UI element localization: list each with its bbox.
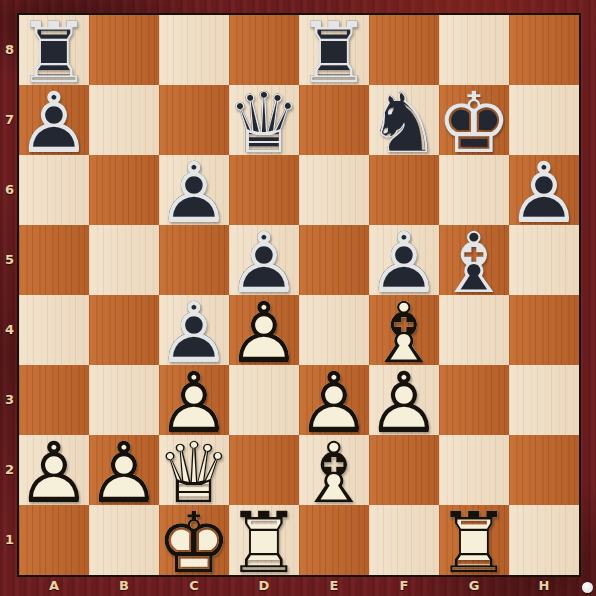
file-label-d: D	[229, 575, 299, 596]
black-rook-outline-icon: ♖	[19, 18, 89, 88]
white-bishop-f4[interactable]: ♝♗	[369, 295, 439, 365]
white-rook-icon: ♜	[439, 508, 509, 578]
white-king-outline-icon: ♔	[159, 508, 229, 578]
square-e3[interactable]: ♟♙	[299, 365, 369, 435]
square-f3[interactable]: ♟♙	[369, 365, 439, 435]
rank-label-7: 7	[0, 85, 19, 155]
file-label-h: H	[509, 575, 579, 596]
square-h8[interactable]	[509, 15, 579, 85]
square-a4[interactable]	[19, 295, 89, 365]
square-d3[interactable]	[229, 365, 299, 435]
black-pawn-c4[interactable]: ♟♙	[159, 295, 229, 365]
black-king-g7[interactable]: ♚♔	[439, 85, 509, 155]
black-pawn-icon: ♟	[509, 158, 579, 228]
square-e4[interactable]	[299, 295, 369, 365]
white-pawn-icon: ♟	[369, 368, 439, 438]
rank-label-4: 4	[0, 295, 19, 365]
white-pawn-c3[interactable]: ♟♙	[159, 365, 229, 435]
square-d1[interactable]: ♜♖	[229, 505, 299, 575]
white-pawn-icon: ♟	[89, 438, 159, 508]
file-label-c: C	[159, 575, 229, 596]
black-pawn-h6[interactable]: ♟♙	[509, 155, 579, 225]
black-queen-outline-icon: ♕	[229, 88, 299, 158]
white-bishop-outline-icon: ♗	[299, 438, 369, 508]
square-c8[interactable]	[159, 15, 229, 85]
white-pawn-b2[interactable]: ♟♙	[89, 435, 159, 505]
black-rook-icon: ♜	[19, 18, 89, 88]
white-rook-outline-icon: ♖	[439, 508, 509, 578]
black-king-outline-icon: ♔	[439, 88, 509, 158]
black-pawn-d5[interactable]: ♟♙	[229, 225, 299, 295]
black-pawn-outline-icon: ♙	[19, 88, 89, 158]
black-pawn-icon: ♟	[19, 88, 89, 158]
black-pawn-outline-icon: ♙	[369, 228, 439, 298]
rank-label-3: 3	[0, 365, 19, 435]
board-frame: ♜♖♜♖♟♙♛♕♞♘♚♔♟♙♟♙♟♙♟♙♝♗♟♙♟♙♝♗♟♙♟♙♟♙♟♙♟♙♛♕…	[0, 0, 596, 596]
black-pawn-icon: ♟	[159, 298, 229, 368]
square-h3[interactable]	[509, 365, 579, 435]
square-b8[interactable]	[89, 15, 159, 85]
square-a7[interactable]: ♟♙	[19, 85, 89, 155]
file-label-a: A	[19, 575, 89, 596]
black-pawn-outline-icon: ♙	[229, 228, 299, 298]
square-b7[interactable]	[89, 85, 159, 155]
white-bishop-outline-icon: ♗	[369, 298, 439, 368]
square-c1[interactable]: ♚♔	[159, 505, 229, 575]
square-d5[interactable]: ♟♙	[229, 225, 299, 295]
square-d6[interactable]	[229, 155, 299, 225]
white-pawn-f3[interactable]: ♟♙	[369, 365, 439, 435]
rank-label-8: 8	[0, 15, 19, 85]
black-knight-outline-icon: ♘	[369, 88, 439, 158]
black-knight-icon: ♞	[369, 88, 439, 158]
black-bishop-outline-icon: ♗	[439, 228, 509, 298]
square-a2[interactable]: ♟♙	[19, 435, 89, 505]
white-pawn-outline-icon: ♙	[369, 368, 439, 438]
white-pawn-icon: ♟	[299, 368, 369, 438]
black-pawn-icon: ♟	[159, 158, 229, 228]
square-b2[interactable]: ♟♙	[89, 435, 159, 505]
square-f5[interactable]: ♟♙	[369, 225, 439, 295]
square-f4[interactable]: ♝♗	[369, 295, 439, 365]
square-d7[interactable]: ♛♕	[229, 85, 299, 155]
file-label-b: B	[89, 575, 159, 596]
square-g8[interactable]	[439, 15, 509, 85]
square-e1[interactable]	[299, 505, 369, 575]
square-c3[interactable]: ♟♙	[159, 365, 229, 435]
square-c4[interactable]: ♟♙	[159, 295, 229, 365]
black-pawn-icon: ♟	[229, 228, 299, 298]
square-a3[interactable]	[19, 365, 89, 435]
square-f6[interactable]	[369, 155, 439, 225]
square-h2[interactable]	[509, 435, 579, 505]
white-king-c1[interactable]: ♚♔	[159, 505, 229, 575]
square-d2[interactable]	[229, 435, 299, 505]
square-a5[interactable]	[19, 225, 89, 295]
square-g6[interactable]	[439, 155, 509, 225]
square-b5[interactable]	[89, 225, 159, 295]
black-rook-e8[interactable]: ♜♖	[299, 15, 369, 85]
white-rook-icon: ♜	[229, 508, 299, 578]
white-rook-outline-icon: ♖	[229, 508, 299, 578]
square-c5[interactable]	[159, 225, 229, 295]
square-g1[interactable]: ♜♖	[439, 505, 509, 575]
white-pawn-icon: ♟	[19, 438, 89, 508]
square-h7[interactable]	[509, 85, 579, 155]
square-e7[interactable]	[299, 85, 369, 155]
white-pawn-outline-icon: ♙	[229, 298, 299, 368]
white-pawn-d4[interactable]: ♟♙	[229, 295, 299, 365]
white-bishop-icon: ♝	[299, 438, 369, 508]
white-queen-c2[interactable]: ♛♕	[159, 435, 229, 505]
rank-label-5: 5	[0, 225, 19, 295]
square-f1[interactable]	[369, 505, 439, 575]
white-bishop-icon: ♝	[369, 298, 439, 368]
black-rook-icon: ♜	[299, 18, 369, 88]
square-c7[interactable]	[159, 85, 229, 155]
rank-label-1: 1	[0, 505, 19, 575]
square-g5[interactable]: ♝♗	[439, 225, 509, 295]
square-b4[interactable]	[89, 295, 159, 365]
black-bishop-icon: ♝	[439, 228, 509, 298]
square-c2[interactable]: ♛♕	[159, 435, 229, 505]
white-pawn-e3[interactable]: ♟♙	[299, 365, 369, 435]
square-e8[interactable]: ♜♖	[299, 15, 369, 85]
white-pawn-icon: ♟	[229, 298, 299, 368]
file-label-e: E	[299, 575, 369, 596]
square-b1[interactable]	[89, 505, 159, 575]
white-queen-icon: ♛	[159, 438, 229, 508]
white-rook-d1[interactable]: ♜♖	[229, 505, 299, 575]
white-pawn-outline-icon: ♙	[159, 368, 229, 438]
black-pawn-a7[interactable]: ♟♙	[19, 85, 89, 155]
white-queen-outline-icon: ♕	[159, 438, 229, 508]
black-king-icon: ♚	[439, 88, 509, 158]
square-f7[interactable]: ♞♘	[369, 85, 439, 155]
square-g2[interactable]	[439, 435, 509, 505]
black-rook-outline-icon: ♖	[299, 18, 369, 88]
square-d4[interactable]: ♟♙	[229, 295, 299, 365]
square-h4[interactable]	[509, 295, 579, 365]
black-pawn-outline-icon: ♙	[159, 158, 229, 228]
white-pawn-a2[interactable]: ♟♙	[19, 435, 89, 505]
square-b6[interactable]	[89, 155, 159, 225]
square-g3[interactable]	[439, 365, 509, 435]
square-g4[interactable]	[439, 295, 509, 365]
white-bishop-e2[interactable]: ♝♗	[299, 435, 369, 505]
square-h6[interactable]: ♟♙	[509, 155, 579, 225]
white-rook-g1[interactable]: ♜♖	[439, 505, 509, 575]
file-label-g: G	[439, 575, 509, 596]
square-b3[interactable]	[89, 365, 159, 435]
square-d8[interactable]	[229, 15, 299, 85]
square-f8[interactable]	[369, 15, 439, 85]
white-pawn-icon: ♟	[159, 368, 229, 438]
square-a8[interactable]: ♜♖	[19, 15, 89, 85]
black-knight-f7[interactable]: ♞♘	[369, 85, 439, 155]
black-pawn-f5[interactable]: ♟♙	[369, 225, 439, 295]
black-pawn-c6[interactable]: ♟♙	[159, 155, 229, 225]
rank-label-2: 2	[0, 435, 19, 505]
square-e6[interactable]	[299, 155, 369, 225]
square-h5[interactable]	[509, 225, 579, 295]
square-a6[interactable]	[19, 155, 89, 225]
black-rook-a8[interactable]: ♜♖	[19, 15, 89, 85]
black-pawn-outline-icon: ♙	[159, 298, 229, 368]
square-g7[interactable]: ♚♔	[439, 85, 509, 155]
white-pawn-outline-icon: ♙	[19, 438, 89, 508]
square-c6[interactable]: ♟♙	[159, 155, 229, 225]
file-label-f: F	[369, 575, 439, 596]
black-pawn-outline-icon: ♙	[509, 158, 579, 228]
white-to-move-indicator	[582, 582, 593, 593]
white-king-icon: ♚	[159, 508, 229, 578]
square-e2[interactable]: ♝♗	[299, 435, 369, 505]
square-f2[interactable]	[369, 435, 439, 505]
black-pawn-icon: ♟	[369, 228, 439, 298]
black-bishop-g5[interactable]: ♝♗	[439, 225, 509, 295]
white-pawn-outline-icon: ♙	[89, 438, 159, 508]
rank-label-6: 6	[0, 155, 19, 225]
white-pawn-outline-icon: ♙	[299, 368, 369, 438]
square-e5[interactable]	[299, 225, 369, 295]
square-a1[interactable]	[19, 505, 89, 575]
square-h1[interactable]	[509, 505, 579, 575]
black-queen-icon: ♛	[229, 88, 299, 158]
chess-board: ♜♖♜♖♟♙♛♕♞♘♚♔♟♙♟♙♟♙♟♙♝♗♟♙♟♙♝♗♟♙♟♙♟♙♟♙♟♙♛♕…	[19, 15, 579, 575]
black-queen-d7[interactable]: ♛♕	[229, 85, 299, 155]
